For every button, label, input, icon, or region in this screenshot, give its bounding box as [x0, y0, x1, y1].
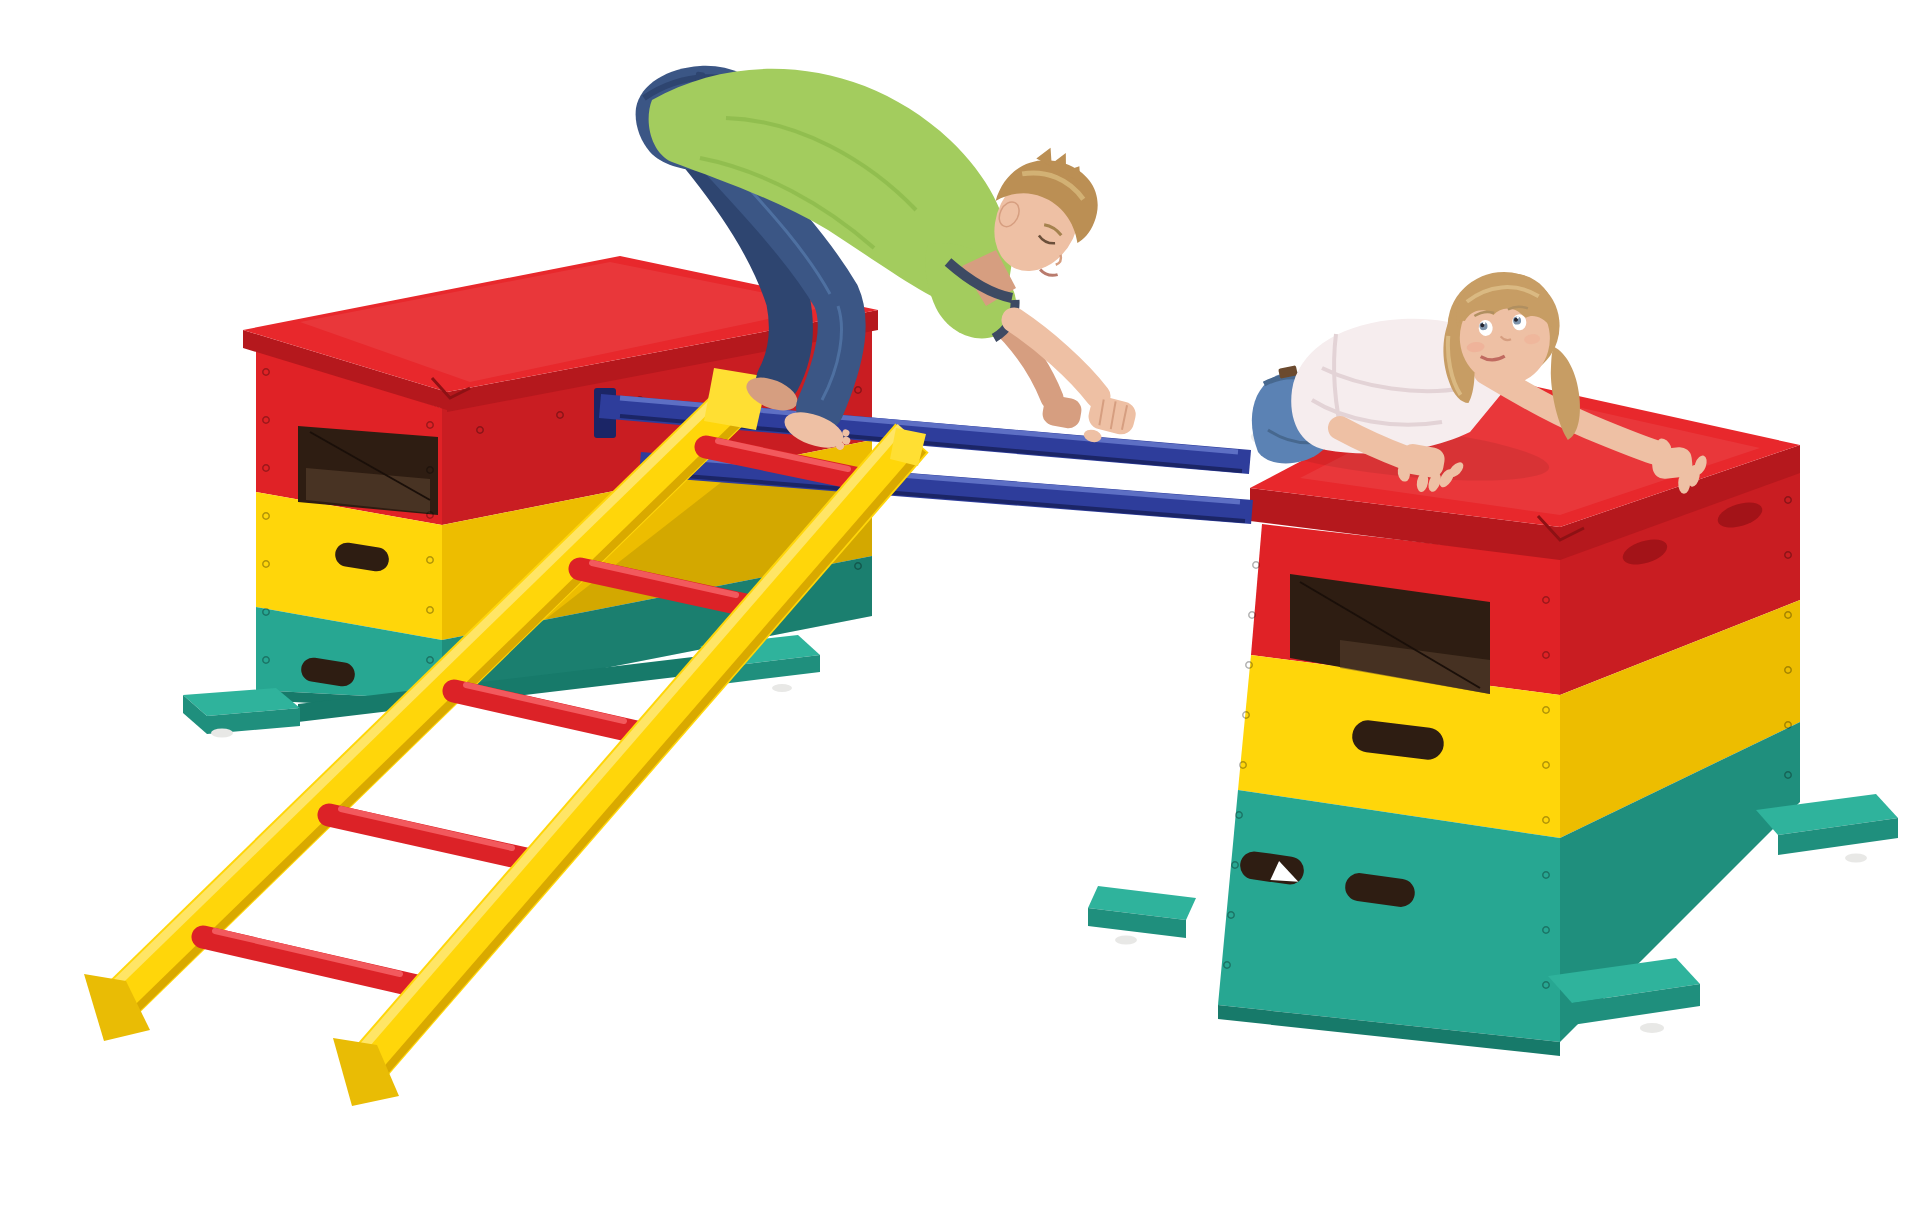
gym-playset-photo	[0, 0, 1920, 1208]
left-box-right-foot-glide	[772, 684, 792, 692]
rung-2	[329, 809, 544, 863]
boy-mouth	[1039, 267, 1057, 279]
rung-1	[203, 931, 434, 990]
right-box-back-foot-glide	[1845, 854, 1867, 863]
left-box-foot-glide	[211, 729, 233, 738]
photo-stage: Two toddlers playing on a children's gym…	[0, 0, 1920, 1208]
right-box-left-foot-glide	[1115, 936, 1137, 945]
rung-3	[454, 685, 654, 736]
right-box-front-foot-glide	[1640, 1023, 1664, 1033]
